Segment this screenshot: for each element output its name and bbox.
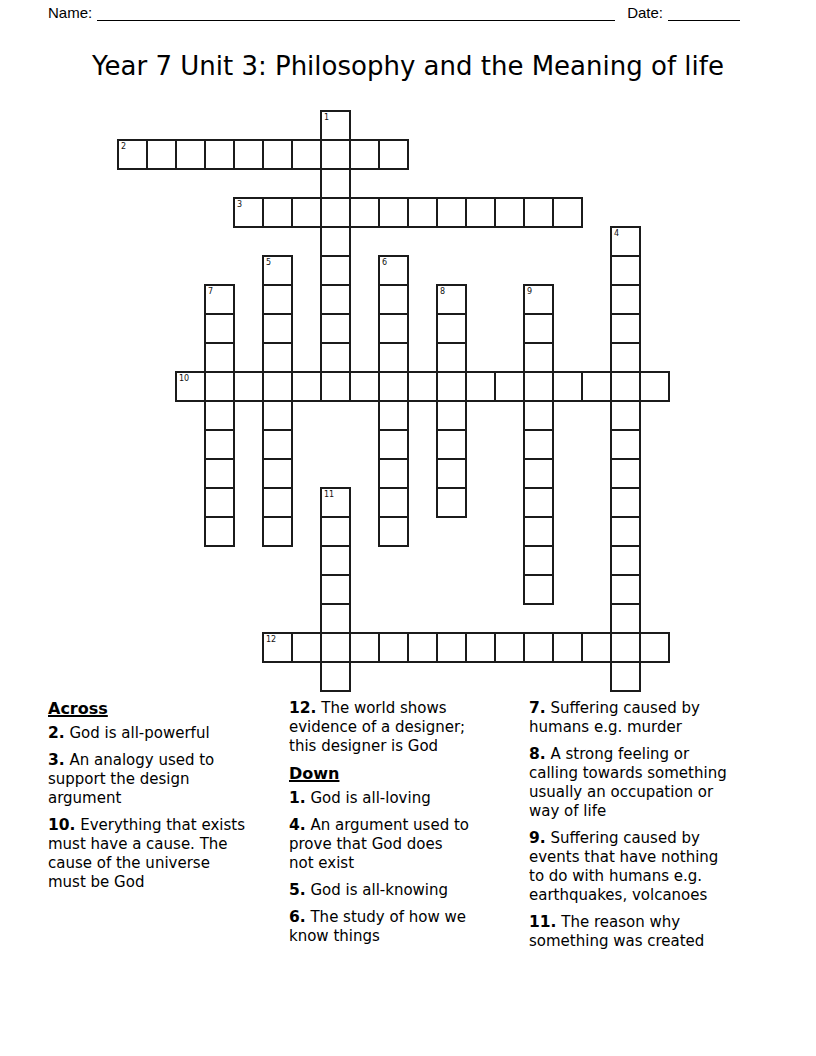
cell-number-1: 1	[324, 113, 329, 122]
clue-number-label: 3.	[48, 751, 65, 769]
clue-column-2: 12. The world shows evidence of a design…	[289, 699, 469, 954]
grid-cell-r9c14[interactable]	[523, 371, 554, 402]
grid-cell-r12c9[interactable]	[378, 458, 409, 489]
name-field[interactable]	[97, 5, 615, 21]
grid-cell-r6c7[interactable]	[320, 284, 351, 315]
grid-cell-r6c17[interactable]	[610, 284, 641, 315]
grid-cell-r9c11[interactable]	[436, 371, 467, 402]
grid-cell-r18c12[interactable]	[465, 632, 496, 663]
grid-cell-r1c4[interactable]	[233, 139, 264, 170]
date-label: Date:	[627, 4, 663, 22]
clue-text: An argument used to prove that God does …	[289, 816, 469, 872]
grid-cell-r15c7[interactable]	[320, 545, 351, 576]
grid-cell-r5c17[interactable]	[610, 255, 641, 286]
grid-cell-r15c17[interactable]	[610, 545, 641, 576]
grid-cell-r16c14[interactable]	[523, 574, 554, 605]
grid-cell-r14c14[interactable]	[523, 516, 554, 547]
grid-cell-r9c17[interactable]	[610, 371, 641, 402]
cell-number-12: 12	[266, 635, 276, 644]
grid-cell-r18c7[interactable]	[320, 632, 351, 663]
grid-cell-r13c3[interactable]	[204, 487, 235, 518]
grid-cell-r18c16[interactable]	[581, 632, 612, 663]
clue-text: Suffering caused by humans e.g. murder	[529, 699, 700, 736]
grid-cell-r5c5[interactable]: 5	[262, 255, 293, 286]
clue-number-label: 6.	[289, 908, 306, 926]
grid-cell-r12c11[interactable]	[436, 458, 467, 489]
grid-cell-r1c2[interactable]	[175, 139, 206, 170]
grid-cell-r9c2[interactable]: 10	[175, 371, 206, 402]
grid-cell-r14c9[interactable]	[378, 516, 409, 547]
across-clue-12: 12. The world shows evidence of a design…	[289, 699, 469, 756]
grid-cell-r9c10[interactable]	[407, 371, 438, 402]
clue-number-label: 1.	[289, 789, 306, 807]
grid-cell-r7c11[interactable]	[436, 313, 467, 344]
grid-cell-r13c17[interactable]	[610, 487, 641, 518]
grid-cell-r11c9[interactable]	[378, 429, 409, 460]
grid-cell-r9c5[interactable]	[262, 371, 293, 402]
clue-text: God is all-loving	[306, 789, 431, 807]
grid-cell-r13c9[interactable]	[378, 487, 409, 518]
grid-cell-r9c15[interactable]	[552, 371, 583, 402]
grid-cell-r11c17[interactable]	[610, 429, 641, 460]
grid-cell-r14c17[interactable]	[610, 516, 641, 547]
down-heading: Down	[289, 764, 469, 783]
grid-cell-r9c12[interactable]	[465, 371, 496, 402]
grid-cell-r13c7[interactable]: 11	[320, 487, 351, 518]
grid-cell-r7c9[interactable]	[378, 313, 409, 344]
grid-cell-r11c3[interactable]	[204, 429, 235, 460]
grid-cell-r6c9[interactable]	[378, 284, 409, 315]
grid-cell-r9c3[interactable]	[204, 371, 235, 402]
cell-number-11: 11	[324, 490, 334, 499]
grid-cell-r1c5[interactable]	[262, 139, 293, 170]
clue-text: A strong feeling or calling towards some…	[529, 745, 727, 820]
down-clue-7: 7. Suffering caused by humans e.g. murde…	[529, 699, 737, 737]
grid-cell-r19c17[interactable]	[610, 661, 641, 692]
grid-cell-r2c7[interactable]	[320, 168, 351, 199]
grid-cell-r3c9[interactable]	[378, 197, 409, 228]
clue-number-label: 7.	[529, 699, 546, 717]
grid-cell-r16c17[interactable]	[610, 574, 641, 605]
clue-column-3: 7. Suffering caused by humans e.g. murde…	[529, 699, 737, 959]
grid-cell-r9c13[interactable]	[494, 371, 525, 402]
grid-cell-r9c4[interactable]	[233, 371, 264, 402]
clue-number-label: 8.	[529, 745, 546, 763]
grid-cell-r3c15[interactable]	[552, 197, 583, 228]
grid-cell-r9c7[interactable]	[320, 371, 351, 402]
grid-cell-r9c8[interactable]	[349, 371, 380, 402]
grid-cell-r6c3[interactable]: 7	[204, 284, 235, 315]
grid-cell-r5c7[interactable]	[320, 255, 351, 286]
grid-cell-r18c10[interactable]	[407, 632, 438, 663]
grid-cell-r19c7[interactable]	[320, 661, 351, 692]
grid-cell-r7c3[interactable]	[204, 313, 235, 344]
date-field[interactable]	[668, 5, 740, 21]
grid-cell-r18c14[interactable]	[523, 632, 554, 663]
grid-cell-r12c17[interactable]	[610, 458, 641, 489]
clue-number-label: 2.	[48, 724, 65, 742]
grid-cell-r16c7[interactable]	[320, 574, 351, 605]
down-clue-1: 1. God is all-loving	[289, 789, 469, 808]
grid-cell-r8c3[interactable]	[204, 342, 235, 373]
grid-cell-r12c5[interactable]	[262, 458, 293, 489]
clue-number-label: 9.	[529, 829, 546, 847]
grid-cell-r3c13[interactable]	[494, 197, 525, 228]
grid-cell-r8c17[interactable]	[610, 342, 641, 373]
grid-cell-r10c9[interactable]	[378, 400, 409, 431]
grid-cell-r13c11[interactable]	[436, 487, 467, 518]
grid-cell-r11c14[interactable]	[523, 429, 554, 460]
grid-cell-r3c14[interactable]	[523, 197, 554, 228]
grid-cell-r8c5[interactable]	[262, 342, 293, 373]
clue-column-1: Across2. God is all-powerful3. An analog…	[48, 699, 248, 900]
grid-cell-r10c14[interactable]	[523, 400, 554, 431]
grid-cell-r6c11[interactable]: 8	[436, 284, 467, 315]
grid-cell-r9c16[interactable]	[581, 371, 612, 402]
clue-number-label: 4.	[289, 816, 306, 834]
grid-cell-r9c9[interactable]	[378, 371, 409, 402]
grid-cell-r18c13[interactable]	[494, 632, 525, 663]
cell-number-3: 3	[237, 200, 242, 209]
grid-cell-r13c5[interactable]	[262, 487, 293, 518]
cell-number-8: 8	[440, 287, 445, 296]
grid-cell-r1c9[interactable]	[378, 139, 409, 170]
cell-number-6: 6	[382, 258, 387, 267]
down-clue-11: 11. The reason why something was created	[529, 913, 737, 951]
grid-cell-r8c11[interactable]	[436, 342, 467, 373]
clue-text: God is all-powerful	[65, 724, 210, 742]
grid-cell-r3c12[interactable]	[465, 197, 496, 228]
grid-cell-r8c9[interactable]	[378, 342, 409, 373]
grid-cell-r4c7[interactable]	[320, 226, 351, 257]
clue-text: An analogy used to support the design ar…	[48, 751, 214, 807]
clue-text: The world shows evidence of a designer; …	[289, 699, 465, 755]
grid-cell-r6c5[interactable]	[262, 284, 293, 315]
grid-cell-r11c11[interactable]	[436, 429, 467, 460]
grid-cell-r18c6[interactable]	[291, 632, 322, 663]
grid-cell-r8c7[interactable]	[320, 342, 351, 373]
grid-cell-r1c3[interactable]	[204, 139, 235, 170]
grid-cell-r18c18[interactable]	[639, 632, 670, 663]
grid-cell-r10c11[interactable]	[436, 400, 467, 431]
grid-cell-r12c3[interactable]	[204, 458, 235, 489]
grid-cell-r7c14[interactable]	[523, 313, 554, 344]
cell-number-7: 7	[208, 287, 213, 296]
grid-cell-r17c7[interactable]	[320, 603, 351, 634]
grid-cell-r9c6[interactable]	[291, 371, 322, 402]
grid-cell-r1c6[interactable]	[291, 139, 322, 170]
grid-cell-r5c9[interactable]: 6	[378, 255, 409, 286]
grid-cell-r10c3[interactable]	[204, 400, 235, 431]
grid-cell-r1c7[interactable]	[320, 139, 351, 170]
down-clue-5: 5. God is all-knowing	[289, 881, 469, 900]
grid-cell-r18c8[interactable]	[349, 632, 380, 663]
clue-number-label: 10.	[48, 816, 75, 834]
clue-text: The reason why something was created	[529, 913, 704, 950]
grid-cell-r3c5[interactable]	[262, 197, 293, 228]
across-heading: Across	[48, 699, 248, 718]
grid-cell-r3c4[interactable]: 3	[233, 197, 264, 228]
down-clue-6: 6. The study of how we know things	[289, 908, 469, 946]
grid-cell-r10c17[interactable]	[610, 400, 641, 431]
grid-cell-r0c7[interactable]: 1	[320, 110, 351, 141]
grid-cell-r7c7[interactable]	[320, 313, 351, 344]
grid-cell-r6c14[interactable]: 9	[523, 284, 554, 315]
grid-cell-r14c5[interactable]	[262, 516, 293, 547]
down-clue-9: 9. Suffering caused by events that have …	[529, 829, 737, 905]
across-clue-10: 10. Everything that exists must have a c…	[48, 816, 248, 892]
grid-cell-r1c1[interactable]	[146, 139, 177, 170]
grid-cell-r7c17[interactable]	[610, 313, 641, 344]
grid-cell-r9c18[interactable]	[639, 371, 670, 402]
grid-cell-r3c11[interactable]	[436, 197, 467, 228]
worksheet-page: Name: Date: Year 7 Unit 3: Philosophy an…	[0, 0, 816, 1056]
clue-number-label: 5.	[289, 881, 306, 899]
grid-cell-r12c14[interactable]	[523, 458, 554, 489]
cell-number-4: 4	[614, 229, 619, 238]
cell-number-9: 9	[527, 287, 532, 296]
worksheet-header: Name: Date:	[48, 4, 740, 22]
grid-cell-r11c5[interactable]	[262, 429, 293, 460]
across-clue-3: 3. An analogy used to support the design…	[48, 751, 248, 808]
clue-text: Suffering caused by events that have not…	[529, 829, 718, 904]
grid-cell-r17c17[interactable]	[610, 603, 641, 634]
across-clue-2: 2. God is all-powerful	[48, 724, 248, 743]
clue-text: God is all-knowing	[306, 881, 448, 899]
grid-cell-r3c6[interactable]	[291, 197, 322, 228]
grid-cell-r18c17[interactable]	[610, 632, 641, 663]
grid-cell-r14c7[interactable]	[320, 516, 351, 547]
grid-cell-r18c5[interactable]: 12	[262, 632, 293, 663]
down-clue-4: 4. An argument used to prove that God do…	[289, 816, 469, 873]
crossword-grid: 123456789101112	[117, 110, 670, 692]
grid-cell-r13c14[interactable]	[523, 487, 554, 518]
clue-number-label: 11.	[529, 913, 556, 931]
name-label: Name:	[48, 4, 92, 22]
cell-number-2: 2	[121, 142, 126, 151]
grid-cell-r18c11[interactable]	[436, 632, 467, 663]
cell-number-5: 5	[266, 258, 271, 267]
grid-cell-r1c8[interactable]	[349, 139, 380, 170]
grid-cell-r3c7[interactable]	[320, 197, 351, 228]
grid-cell-r1c0[interactable]: 2	[117, 139, 148, 170]
grid-cell-r3c8[interactable]	[349, 197, 380, 228]
grid-cell-r8c14[interactable]	[523, 342, 554, 373]
grid-cell-r10c5[interactable]	[262, 400, 293, 431]
cell-number-10: 10	[179, 374, 189, 383]
page-title: Year 7 Unit 3: Philosophy and the Meanin…	[0, 50, 816, 82]
grid-cell-r18c9[interactable]	[378, 632, 409, 663]
clue-text: The study of how we know things	[289, 908, 466, 945]
grid-cell-r18c15[interactable]	[552, 632, 583, 663]
grid-cell-r4c17[interactable]: 4	[610, 226, 641, 257]
grid-cell-r7c5[interactable]	[262, 313, 293, 344]
down-clue-8: 8. A strong feeling or calling towards s…	[529, 745, 737, 821]
grid-cell-r15c14[interactable]	[523, 545, 554, 576]
grid-cell-r14c3[interactable]	[204, 516, 235, 547]
grid-cell-r3c10[interactable]	[407, 197, 438, 228]
clue-number-label: 12.	[289, 699, 316, 717]
clue-text: Everything that exists must have a cause…	[48, 816, 245, 891]
